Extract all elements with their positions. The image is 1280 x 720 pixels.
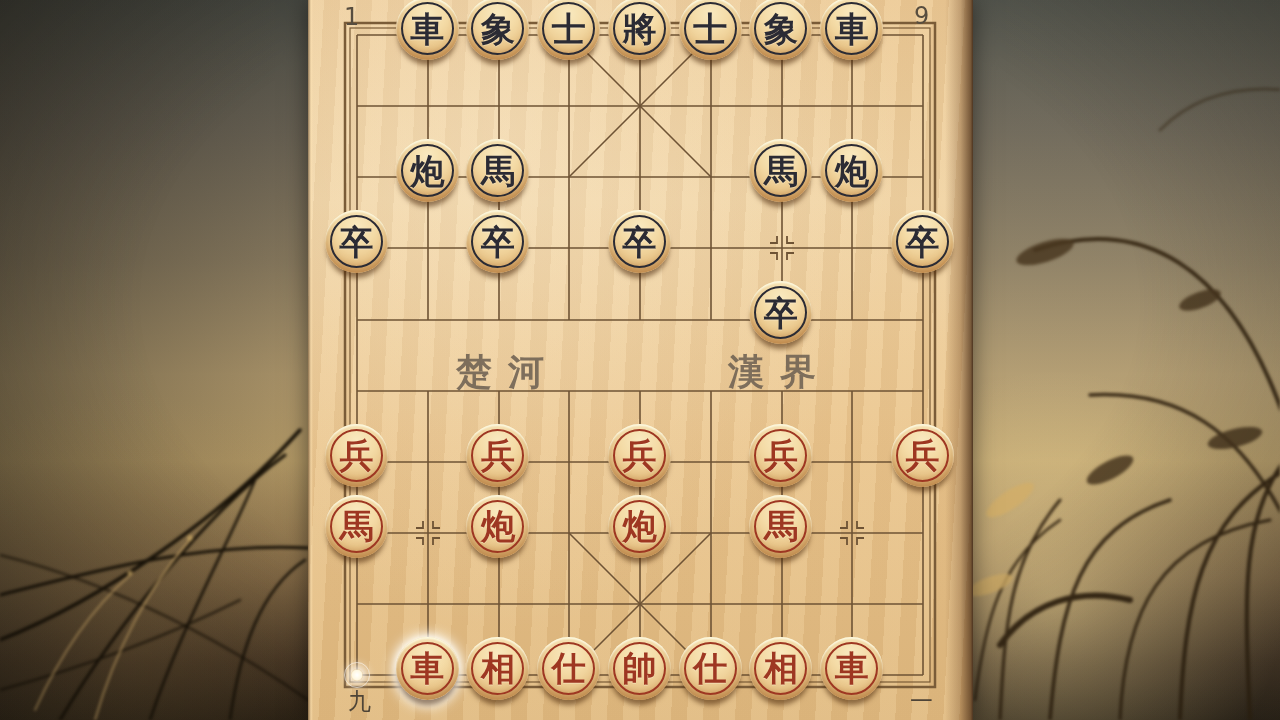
board-point[interactable]: 炮	[816, 141, 887, 212]
piece-black-advisor[interactable]: 士	[679, 0, 742, 60]
board-point[interactable]: 炮	[392, 141, 463, 212]
piece-red-cannon[interactable]: 炮	[466, 495, 529, 558]
piece-red-rook[interactable]: 車	[820, 637, 883, 700]
piece-black-rook[interactable]: 車	[396, 0, 459, 60]
board-point[interactable]: 將	[604, 0, 675, 70]
piece-black-soldier[interactable]: 卒	[466, 210, 529, 273]
board-point[interactable]: 卒	[604, 212, 675, 283]
piece-red-horse[interactable]: 馬	[325, 495, 388, 558]
piece-black-soldier[interactable]: 卒	[608, 210, 671, 273]
board-point[interactable]: 炮	[463, 497, 534, 568]
board-point[interactable]: 兵	[321, 426, 392, 497]
piece-black-general[interactable]: 將	[608, 0, 671, 60]
board-point[interactable]: 帥	[604, 639, 675, 710]
piece-red-soldier[interactable]: 兵	[466, 424, 529, 487]
board-point[interactable]: 馬	[746, 497, 817, 568]
board-point[interactable]: 兵	[887, 426, 958, 497]
board-point[interactable]: 仕	[675, 639, 746, 710]
piece-red-soldier[interactable]: 兵	[608, 424, 671, 487]
board-point[interactable]: 卒	[321, 212, 392, 283]
board-point[interactable]: 相	[746, 639, 817, 710]
board-point[interactable]: 炮	[604, 497, 675, 568]
board-point[interactable]: 兵	[746, 426, 817, 497]
board-point[interactable]: 卒	[887, 212, 958, 283]
board-point[interactable]: 卒	[746, 283, 817, 354]
piece-black-cannon[interactable]: 炮	[820, 139, 883, 202]
piece-red-soldier[interactable]: 兵	[891, 424, 954, 487]
piece-black-soldier[interactable]: 卒	[749, 281, 812, 344]
piece-red-advisor[interactable]: 仕	[537, 637, 600, 700]
board-point[interactable]: 仕	[533, 639, 604, 710]
pieces-layer: 車象士將士象車炮馬馬炮卒卒卒卒卒兵兵兵兵兵馬炮炮馬車相仕帥仕相車	[321, 0, 958, 710]
piece-red-rook[interactable]: 車	[396, 637, 459, 700]
piece-black-cannon[interactable]: 炮	[396, 139, 459, 202]
board-point[interactable]: 士	[533, 0, 604, 70]
board-point[interactable]: 象	[746, 0, 817, 70]
piece-red-horse[interactable]: 馬	[749, 495, 812, 558]
board-point[interactable]: 車	[816, 639, 887, 710]
board-point[interactable]: 兵	[604, 426, 675, 497]
board-point[interactable]: 相	[463, 639, 534, 710]
board-point[interactable]: 兵	[463, 426, 534, 497]
piece-black-soldier[interactable]: 卒	[891, 210, 954, 273]
piece-black-elephant[interactable]: 象	[749, 0, 812, 60]
piece-red-soldier[interactable]: 兵	[749, 424, 812, 487]
piece-black-horse[interactable]: 馬	[466, 139, 529, 202]
piece-red-elephant[interactable]: 相	[466, 637, 529, 700]
board-point[interactable]: 士	[675, 0, 746, 70]
piece-red-soldier[interactable]: 兵	[325, 424, 388, 487]
piece-black-rook[interactable]: 車	[820, 0, 883, 60]
board-point[interactable]: 車	[816, 0, 887, 70]
xiangqi-board[interactable]: 1 9 九 一 楚河 漢界 車象士將士象車炮馬馬炮卒卒卒卒卒兵兵兵兵兵馬炮炮馬車…	[308, 0, 973, 720]
board-point[interactable]: 馬	[463, 141, 534, 212]
piece-black-soldier[interactable]: 卒	[325, 210, 388, 273]
board-point[interactable]: 車	[392, 0, 463, 70]
piece-red-cannon[interactable]: 炮	[608, 495, 671, 558]
game-screen: 1 9 九 一 楚河 漢界 車象士將士象車炮馬馬炮卒卒卒卒卒兵兵兵兵兵馬炮炮馬車…	[0, 0, 1280, 720]
piece-red-elephant[interactable]: 相	[749, 637, 812, 700]
board-point[interactable]: 馬	[746, 141, 817, 212]
piece-black-elephant[interactable]: 象	[466, 0, 529, 60]
piece-red-advisor[interactable]: 仕	[679, 637, 742, 700]
board-point[interactable]: 車	[392, 639, 463, 710]
piece-black-horse[interactable]: 馬	[749, 139, 812, 202]
board-point[interactable]: 卒	[463, 212, 534, 283]
board-point[interactable]: 象	[463, 0, 534, 70]
piece-red-general[interactable]: 帥	[608, 637, 671, 700]
board-point[interactable]: 馬	[321, 497, 392, 568]
piece-black-advisor[interactable]: 士	[537, 0, 600, 60]
